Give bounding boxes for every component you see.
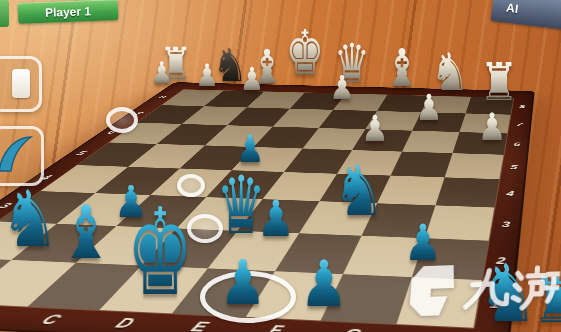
moves-list-button[interactable] — [0, 56, 42, 112]
blue-king-d1[interactable]: ♚ — [127, 192, 194, 312]
silver-pawn-a7[interactable]: ♟ — [151, 58, 174, 88]
game-screen: ABCDEFGH 87654321 87654321 ♚♜♞♟♝♛♟♝♟♞♟♜♟… — [0, 0, 561, 332]
player-name: Player 1 — [45, 4, 92, 20]
ai-name: AI — [505, 1, 519, 16]
blue-queen-d3[interactable]: ♛ — [216, 166, 266, 246]
silver-pawn-e7[interactable]: ♟ — [329, 71, 354, 104]
blue-pawn-f2[interactable]: ♟ — [300, 252, 349, 316]
silver-rook-h8[interactable]: ♜ — [479, 56, 519, 108]
silver-pawn-g7[interactable]: ♟ — [415, 90, 442, 126]
hint-button[interactable] — [0, 126, 44, 186]
banner-edge-decoration — [0, 0, 9, 27]
silver-pawn-h7[interactable]: ♟ — [478, 108, 507, 146]
player-banner: Player 1 — [18, 0, 119, 24]
blue-knight-a3[interactable]: ♞ — [0, 180, 59, 258]
blue-bishop-b3[interactable]: ♝ — [58, 196, 114, 270]
notation-card-icon — [12, 69, 30, 98]
silver-pawn-b7[interactable]: ♟ — [195, 60, 219, 91]
silver-pawn-c7[interactable]: ♟ — [240, 63, 264, 95]
blue-pawn-e2[interactable]: ♟ — [219, 252, 266, 314]
jiuyou-g-logo-icon — [404, 261, 460, 321]
silver-pawn-f6[interactable]: ♟ — [361, 111, 388, 147]
jiuyou-characters — [461, 261, 561, 314]
knight-swoosh-icon — [0, 129, 35, 177]
blue-knight-f4[interactable]: ♞ — [332, 156, 385, 226]
silver-king-d8[interactable]: ♚ — [286, 22, 325, 84]
jiuyou-watermark: 九游 — [403, 249, 561, 328]
